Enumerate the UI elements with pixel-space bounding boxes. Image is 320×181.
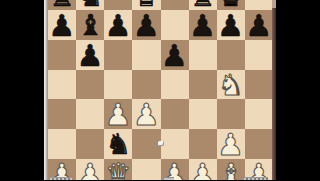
- square-e4[interactable]: [161, 99, 189, 129]
- piece-white-queen: ♛: [105, 160, 131, 180]
- square-g6[interactable]: [217, 40, 245, 70]
- square-g3[interactable]: ♟: [217, 129, 245, 159]
- cursor-dot: [158, 141, 164, 146]
- piece-black-knight: ♞: [105, 130, 131, 159]
- chess-board: ♜♞♛♜♚♟♝♟♟♟♟♟♟♟♞♟♟♞♟♟♟♛♟♟♝♟♜♚♜: [48, 0, 273, 180]
- square-d6[interactable]: [132, 40, 160, 70]
- square-e8[interactable]: [161, 0, 189, 10]
- piece-black-pawn: ♟: [105, 10, 132, 40]
- square-c6[interactable]: [104, 40, 132, 70]
- square-g4[interactable]: [217, 99, 245, 129]
- square-h4[interactable]: [245, 99, 273, 129]
- square-d3[interactable]: [132, 129, 160, 159]
- square-h7[interactable]: ♟: [245, 10, 273, 40]
- square-f5[interactable]: [189, 70, 217, 99]
- square-g2[interactable]: ♝: [217, 159, 245, 180]
- piece-white-pawn: ♟: [105, 99, 132, 129]
- square-f4[interactable]: [189, 99, 217, 129]
- piece-white-bishop: ♝: [218, 160, 244, 180]
- square-f7[interactable]: ♟: [189, 10, 217, 40]
- square-g7[interactable]: ♟: [217, 10, 245, 40]
- square-c5[interactable]: [104, 70, 132, 99]
- square-h5[interactable]: [245, 70, 273, 99]
- square-c7[interactable]: ♟: [104, 10, 132, 40]
- piece-black-pawn: ♟: [133, 10, 160, 40]
- square-d2[interactable]: [132, 159, 160, 180]
- piece-white-pawn: ♟: [189, 159, 216, 180]
- rank1-fragment-e1-king-top: [164, 177, 174, 180]
- square-e3[interactable]: [161, 129, 189, 159]
- square-d4[interactable]: ♟: [132, 99, 160, 129]
- square-f6[interactable]: [189, 40, 217, 70]
- piece-black-bishop: ♝: [77, 11, 103, 40]
- square-c4[interactable]: ♟: [104, 99, 132, 129]
- piece-white-pawn: ♟: [133, 99, 160, 129]
- piece-white-pawn: ♟: [77, 159, 104, 180]
- piece-black-pawn: ♟: [49, 10, 76, 40]
- square-b7[interactable]: ♝: [76, 10, 104, 40]
- rank1-fragment-a1-rook-top: [50, 177, 72, 181]
- piece-black-pawn: ♟: [245, 10, 272, 40]
- square-f3[interactable]: [189, 129, 217, 159]
- square-b5[interactable]: [76, 70, 104, 99]
- square-e7[interactable]: [161, 10, 189, 40]
- square-a3[interactable]: [48, 129, 76, 159]
- square-f2[interactable]: ♟: [189, 159, 217, 180]
- square-d7[interactable]: ♟: [132, 10, 160, 40]
- piece-white-knight: ♞: [218, 70, 244, 99]
- square-c2[interactable]: ♛: [104, 159, 132, 180]
- rank1-fragment-h1-rook-top: [244, 177, 268, 181]
- square-c3[interactable]: ♞: [104, 129, 132, 159]
- square-a4[interactable]: [48, 99, 76, 129]
- square-b4[interactable]: [76, 99, 104, 129]
- square-h6[interactable]: [245, 40, 273, 70]
- square-h3[interactable]: [245, 129, 273, 159]
- piece-black-pawn: ♟: [161, 40, 188, 70]
- square-b3[interactable]: [76, 129, 104, 159]
- piece-black-pawn: ♟: [77, 40, 104, 70]
- square-a6[interactable]: [48, 40, 76, 70]
- square-b6[interactable]: ♟: [76, 40, 104, 70]
- square-e6[interactable]: ♟: [161, 40, 189, 70]
- piece-black-pawn: ♟: [217, 10, 244, 40]
- board-frame-right: [272, 0, 276, 180]
- piece-white-pawn: ♟: [217, 129, 244, 159]
- square-d5[interactable]: [132, 70, 160, 99]
- square-b2[interactable]: ♟: [76, 159, 104, 180]
- square-a5[interactable]: [48, 70, 76, 99]
- piece-black-pawn: ♟: [189, 10, 216, 40]
- video-frame: ♜♞♛♜♚♟♝♟♟♟♟♟♟♟♞♟♟♞♟♟♟♛♟♟♝♟♜♚♜: [0, 0, 320, 180]
- square-a7[interactable]: ♟: [48, 10, 76, 40]
- square-e5[interactable]: [161, 70, 189, 99]
- square-g5[interactable]: ♞: [217, 70, 245, 99]
